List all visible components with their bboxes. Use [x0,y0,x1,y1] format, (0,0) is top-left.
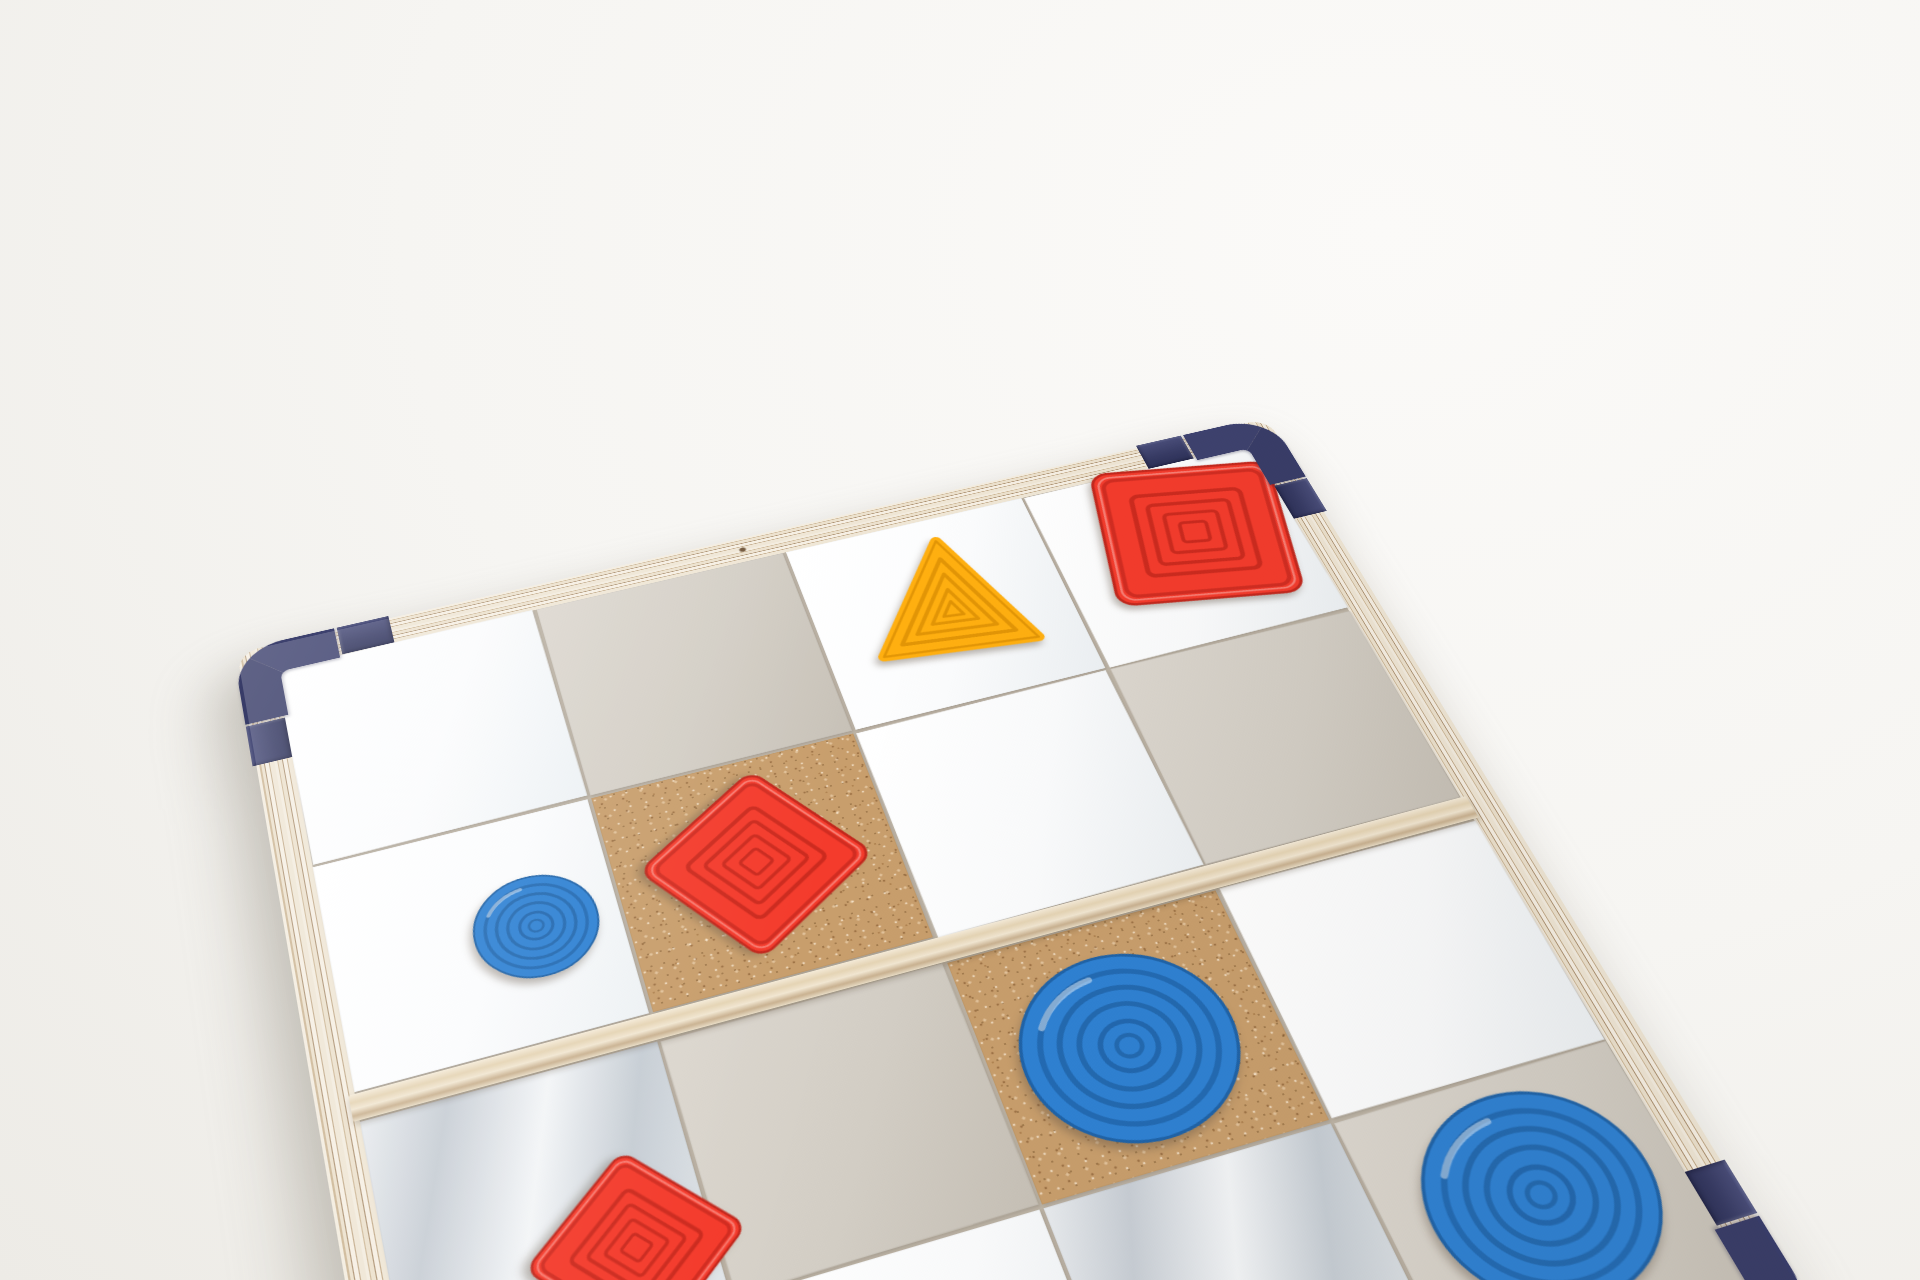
corner-elbow-icon [233,628,349,724]
scene [0,0,1920,1280]
piece-yellow-triangle[interactable] [854,527,1048,669]
corner-sleeve [1685,1160,1758,1226]
game-board [237,418,1819,1280]
corner-elbow-icon [1650,1216,1825,1280]
wood-knot [738,546,749,552]
piece-blue-disc-small[interactable] [460,859,616,995]
piece-blue-disc-large[interactable] [983,925,1283,1175]
piece-red-square[interactable] [634,767,879,963]
